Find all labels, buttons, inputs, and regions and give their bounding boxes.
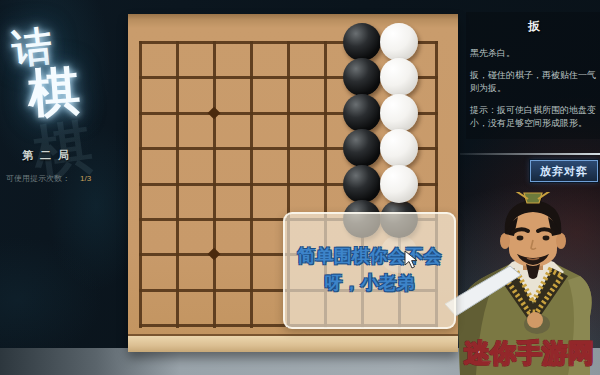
resign-button[interactable]: 放弃对弈 xyxy=(530,160,598,182)
speech-line-1: 简单围棋你会不会 xyxy=(285,243,454,270)
lesson-hint: 提示：扳可使白棋所围的地盘变小，没有足够空间形成眼形。 xyxy=(470,104,598,130)
lesson-panel: 扳 黑先杀白。 扳，碰住的棋子，再被贴住一气则为扳。 提示：扳可使白棋所围的地盘… xyxy=(466,12,600,139)
lesson-title: 扳 xyxy=(470,18,598,35)
speech-line-2: 呀，小老弟 xyxy=(285,270,454,297)
game-screen: 诘 棋 棋 第二局 可使用提示次数：1/3 扳 黑先杀白。 扳，碰住的棋子，再被… xyxy=(0,0,600,375)
speech-bubble[interactable]: 简单围棋你会不会 呀，小老弟 xyxy=(283,212,456,329)
lesson-definition: 扳，碰住的棋子，再被贴住一气则为扳。 xyxy=(470,69,598,95)
stone-black xyxy=(343,94,381,132)
star-point xyxy=(208,106,221,119)
lesson-objective: 黑先杀白。 xyxy=(470,47,598,60)
stone-black xyxy=(343,165,381,203)
stone-white xyxy=(380,23,418,61)
stone-black xyxy=(343,129,381,167)
panel-divider xyxy=(460,153,600,155)
stone-white xyxy=(380,58,418,96)
mouse-cursor-icon xyxy=(404,250,420,270)
stone-black xyxy=(343,58,381,96)
round-label: 第二局 xyxy=(22,148,76,163)
hint-counter: 可使用提示次数：1/3 xyxy=(6,173,91,184)
stone-white xyxy=(380,129,418,167)
stone-white xyxy=(380,165,418,203)
site-watermark: 迷你手游网 xyxy=(464,336,594,371)
star-point xyxy=(208,248,221,261)
board-front-rim xyxy=(128,334,458,352)
hint-counter-value: 1/3 xyxy=(80,174,91,183)
stone-black xyxy=(343,23,381,61)
stone-white xyxy=(380,94,418,132)
hint-counter-label: 可使用提示次数： xyxy=(6,174,70,183)
